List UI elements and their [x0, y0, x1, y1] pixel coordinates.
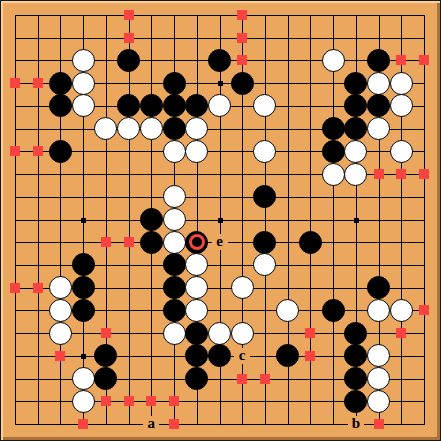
red-square-marker: [101, 396, 111, 406]
white-stone: [185, 299, 208, 322]
black-stone: [163, 253, 186, 276]
white-stone: [367, 299, 390, 322]
grid-line-vertical: [265, 15, 266, 425]
red-square-marker: [33, 78, 43, 88]
red-square-marker: [146, 396, 156, 406]
grid-line-vertical: [424, 15, 425, 425]
black-stone: [344, 322, 367, 345]
red-square-marker: [101, 328, 111, 338]
black-stone: [344, 117, 367, 140]
white-stone: [72, 367, 95, 390]
white-stone: [253, 94, 276, 117]
black-stone: [185, 367, 208, 390]
black-stone: [185, 94, 208, 117]
black-stone: [253, 231, 276, 254]
white-stone: [72, 49, 95, 72]
black-stone: [367, 49, 390, 72]
white-stone: [231, 276, 254, 299]
black-stone: [185, 344, 208, 367]
black-stone: [49, 94, 72, 117]
red-square-marker: [374, 419, 384, 429]
black-stone: [117, 94, 140, 117]
red-square-marker: [33, 283, 43, 293]
white-stone: [231, 322, 254, 345]
red-square-marker: [374, 169, 384, 179]
black-stone: [72, 276, 95, 299]
red-square-marker: [78, 419, 88, 429]
red-square-marker: [101, 237, 111, 247]
white-stone: [49, 276, 72, 299]
white-stone: [344, 140, 367, 163]
black-stone: [344, 390, 367, 413]
white-stone: [117, 117, 140, 140]
black-stone: [140, 231, 163, 254]
white-stone: [276, 299, 299, 322]
black-stone: [49, 140, 72, 163]
star-point: [354, 218, 359, 223]
white-stone: [367, 344, 390, 367]
black-stone: [344, 94, 367, 117]
red-square-marker: [419, 169, 429, 179]
white-stone: [253, 253, 276, 276]
red-square-marker: [305, 351, 315, 361]
red-square-marker: [124, 396, 134, 406]
black-stone: [367, 276, 390, 299]
black-stone: [163, 276, 186, 299]
point-label-a: a: [143, 416, 159, 432]
white-stone: [72, 390, 95, 413]
black-stone: [208, 344, 231, 367]
point-label-e: e: [212, 234, 228, 250]
white-stone: [72, 94, 95, 117]
black-stone: [322, 140, 345, 163]
black-stone: [117, 49, 140, 72]
black-stone: [94, 367, 117, 390]
black-stone: [163, 117, 186, 140]
red-square-marker: [169, 396, 179, 406]
grid-line-vertical: [333, 15, 334, 425]
white-stone: [163, 322, 186, 345]
white-stone: [367, 72, 390, 95]
star-point: [81, 354, 86, 359]
red-square-marker: [237, 33, 247, 43]
white-stone: [367, 390, 390, 413]
red-circle-marker: [189, 234, 205, 250]
black-stone: [344, 72, 367, 95]
white-stone: [140, 117, 163, 140]
red-square-marker: [260, 374, 270, 384]
black-stone: [72, 299, 95, 322]
white-stone: [185, 276, 208, 299]
black-stone: [94, 344, 117, 367]
black-stone: [163, 72, 186, 95]
white-stone: [367, 367, 390, 390]
red-square-marker: [237, 55, 247, 65]
black-stone: [344, 344, 367, 367]
black-stone: [253, 185, 276, 208]
white-stone: [49, 299, 72, 322]
red-square-marker: [237, 10, 247, 20]
black-stone: [208, 49, 231, 72]
white-stone: [185, 253, 208, 276]
white-stone: [208, 94, 231, 117]
black-stone: [140, 94, 163, 117]
red-square-marker: [124, 10, 134, 20]
red-square-marker: [55, 351, 65, 361]
red-square-marker: [10, 78, 20, 88]
black-stone: [344, 367, 367, 390]
red-square-marker: [419, 55, 429, 65]
red-square-marker: [396, 169, 406, 179]
white-stone: [163, 208, 186, 231]
star-point: [218, 81, 223, 86]
white-stone: [390, 140, 413, 163]
red-square-marker: [124, 237, 134, 247]
white-stone: [390, 94, 413, 117]
red-square-marker: [10, 283, 20, 293]
black-stone: [185, 322, 208, 345]
go-board: abce: [0, 0, 441, 441]
red-square-marker: [124, 33, 134, 43]
white-stone: [185, 117, 208, 140]
red-square-marker: [396, 55, 406, 65]
white-stone: [49, 322, 72, 345]
white-stone: [163, 231, 186, 254]
white-stone: [390, 72, 413, 95]
white-stone: [163, 140, 186, 163]
white-stone: [344, 163, 367, 186]
grid-line-vertical: [310, 15, 311, 425]
black-stone: [322, 299, 345, 322]
black-stone: [72, 253, 95, 276]
black-stone: [231, 72, 254, 95]
red-square-marker: [33, 146, 43, 156]
white-stone: [163, 185, 186, 208]
white-stone: [367, 117, 390, 140]
black-stone: [322, 117, 345, 140]
white-stone: [185, 140, 208, 163]
black-stone: [163, 94, 186, 117]
black-stone: [49, 72, 72, 95]
red-square-marker: [396, 328, 406, 338]
black-stone: [163, 299, 186, 322]
point-label-c: c: [234, 348, 250, 364]
white-stone: [94, 117, 117, 140]
star-point: [81, 218, 86, 223]
white-stone: [322, 49, 345, 72]
red-square-marker: [10, 146, 20, 156]
star-point: [218, 218, 223, 223]
white-stone: [72, 72, 95, 95]
white-stone: [208, 322, 231, 345]
red-square-marker: [305, 328, 315, 338]
black-stone: [276, 344, 299, 367]
point-label-b: b: [348, 416, 364, 432]
red-square-marker: [237, 374, 247, 384]
white-stone: [322, 163, 345, 186]
black-stone: [140, 208, 163, 231]
white-stone: [390, 299, 413, 322]
black-stone: [367, 94, 390, 117]
go-diagram: abce: [0, 0, 441, 441]
red-square-marker: [419, 305, 429, 315]
red-square-marker: [169, 419, 179, 429]
black-stone: [299, 231, 322, 254]
white-stone: [253, 140, 276, 163]
